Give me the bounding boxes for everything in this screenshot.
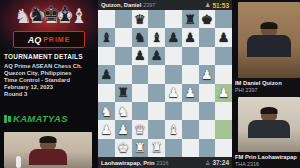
square-d7[interactable]: ♝: [148, 28, 165, 46]
top-player-silhouette: [247, 24, 291, 57]
square-f5[interactable]: [182, 65, 199, 83]
black-pawn-h7[interactable]: ♟: [218, 31, 230, 44]
bottom-webcam-label: FM Prin Laohawirapap THA 2316: [232, 152, 300, 168]
black-king-g8[interactable]: ♚: [201, 13, 213, 26]
commentator-silhouette: [29, 138, 67, 165]
aq-prime-logo: AQ PRIME: [13, 31, 85, 48]
top-player-webcam: [238, 2, 300, 78]
square-a7[interactable]: ♝: [98, 28, 115, 46]
square-d1[interactable]: ♜: [148, 139, 165, 157]
square-b5[interactable]: [115, 65, 132, 83]
black-queen-c8[interactable]: ♛: [134, 13, 146, 26]
time-control: Time Control - Standard: [4, 77, 82, 84]
black-pawn-a5[interactable]: ♟: [101, 68, 113, 81]
webcam-panel: IM Daniel Quizon PHI 2397 FM Prin Laohaw…: [232, 0, 300, 168]
square-b3[interactable]: ♞: [115, 102, 132, 120]
white-pawn-b2[interactable]: ♟: [117, 123, 129, 136]
square-a1[interactable]: [98, 139, 115, 157]
square-e4[interactable]: ♟: [165, 84, 182, 102]
black-pawn-d6[interactable]: ♟: [151, 49, 163, 62]
square-d4[interactable]: [148, 84, 165, 102]
top-player-rating: 2397: [143, 2, 155, 8]
square-f8[interactable]: ♜: [182, 10, 199, 28]
square-e1[interactable]: [165, 139, 182, 157]
sponsor-logo: KAMATYAS: [4, 113, 68, 124]
square-f4[interactable]: ♟: [182, 84, 199, 102]
square-a2[interactable]: ♟: [98, 120, 115, 138]
top-player-clock: 51:53: [212, 2, 229, 9]
white-queen-c2[interactable]: ♛: [134, 123, 146, 136]
top-webcam-player-name: IM Daniel Quizon: [232, 78, 300, 86]
black-pawn-e7[interactable]: ♟: [168, 31, 180, 44]
top-side-pawn-icon: ♟: [205, 2, 210, 8]
top-webcam-label: IM Daniel Quizon PHI 2397: [232, 78, 300, 97]
white-rook-d1[interactable]: ♜: [151, 141, 163, 154]
square-b6[interactable]: [115, 47, 132, 65]
square-e8[interactable]: [165, 10, 182, 28]
square-g2[interactable]: [199, 120, 216, 138]
square-g1[interactable]: [199, 139, 216, 157]
square-d2[interactable]: [148, 120, 165, 138]
commentator-webcam: [4, 132, 92, 168]
square-h8[interactable]: [215, 10, 232, 28]
square-g6[interactable]: [199, 47, 216, 65]
square-h4[interactable]: ♟: [215, 84, 232, 102]
top-webcam-federation-rating: PHI 2397: [232, 86, 300, 93]
square-f3[interactable]: [182, 102, 199, 120]
square-c1[interactable]: ♜: [132, 139, 149, 157]
bottom-player-name: Laohawirapap, Prin: [101, 160, 154, 166]
tournament-sidebar: ♞♚♝ AQ PRIME TOURNAMENT DETAILS AQ Prime…: [0, 0, 98, 168]
square-a6[interactable]: [98, 47, 115, 65]
white-bishop-e2[interactable]: ♝: [168, 123, 180, 136]
square-a5[interactable]: ♟: [98, 65, 115, 83]
square-e2[interactable]: ♝: [165, 120, 182, 138]
square-f6[interactable]: [182, 47, 199, 65]
square-d5[interactable]: [148, 65, 165, 83]
square-c2[interactable]: ♛: [132, 120, 149, 138]
square-c5[interactable]: [132, 65, 149, 83]
bottom-side-pawn-icon: ♙: [205, 160, 210, 166]
broadcast-screen: ♞♚♝ AQ PRIME TOURNAMENT DETAILS AQ Prime…: [0, 0, 300, 168]
square-h1[interactable]: [215, 139, 232, 157]
bottom-webcam-federation-rating: THA 2316: [232, 160, 300, 167]
square-d6[interactable]: ♟: [148, 47, 165, 65]
bottom-webcam-player-name: FM Prin Laohawirapap: [232, 152, 300, 160]
square-c3[interactable]: [132, 102, 149, 120]
event-location: Quezon City, Philippines: [4, 70, 82, 77]
square-b2[interactable]: ♟: [115, 120, 132, 138]
bottom-player-silhouette: [248, 109, 290, 138]
top-player-bar: Quizon, Daniel 2397 ♟ 51:53: [98, 0, 232, 10]
square-h3[interactable]: [215, 102, 232, 120]
white-pawn-f4[interactable]: ♟: [184, 86, 196, 99]
white-pawn-e4[interactable]: ♟: [168, 86, 180, 99]
chess-pieces-art: ♞♚♝: [0, 1, 98, 27]
black-pawn-c6[interactable]: ♟: [134, 49, 146, 62]
sponsor-logo-text: KAMATYAS: [13, 113, 68, 124]
square-d8[interactable]: [148, 10, 165, 28]
square-b4[interactable]: ♜: [115, 84, 132, 102]
square-g3[interactable]: [199, 102, 216, 120]
square-e5[interactable]: [165, 65, 182, 83]
square-e6[interactable]: [165, 47, 182, 65]
square-g8[interactable]: ♚: [199, 10, 216, 28]
square-b7[interactable]: [115, 28, 132, 46]
square-a3[interactable]: ♞: [98, 102, 115, 120]
square-a4[interactable]: [98, 84, 115, 102]
square-b8[interactable]: [115, 10, 132, 28]
round-number: Round 3: [4, 91, 82, 98]
black-bishop-d7[interactable]: ♝: [151, 31, 163, 44]
square-e3[interactable]: [165, 102, 182, 120]
white-knight-a3[interactable]: ♞: [101, 105, 113, 118]
tournament-details-text: AQ Prime ASEAN Chess Ch. Quezon City, Ph…: [4, 63, 82, 98]
bottom-player-webcam: [238, 97, 300, 152]
black-rook-b4[interactable]: ♜: [117, 86, 129, 99]
white-pawn-g5[interactable]: ♟: [201, 68, 213, 81]
square-h7[interactable]: ♟: [215, 28, 232, 46]
white-pawn-h4[interactable]: ♟: [218, 86, 230, 99]
square-f7[interactable]: ♟: [182, 28, 199, 46]
top-player-name: Quizon, Daniel: [101, 2, 141, 8]
square-b1[interactable]: ♚: [115, 139, 132, 157]
bottom-player-bar: Laohawirapap, Prin 2316 ♙ 37:24: [98, 157, 232, 168]
square-h2[interactable]: [215, 120, 232, 138]
bottom-player-rating: 2316: [156, 160, 168, 166]
event-name: AQ Prime ASEAN Chess Ch.: [4, 63, 82, 70]
square-g7[interactable]: [199, 28, 216, 46]
bottom-player-clock: 37:24: [212, 159, 229, 166]
black-bishop-a7[interactable]: ♝: [101, 31, 113, 44]
square-e7[interactable]: ♟: [165, 28, 182, 46]
white-knight-b3[interactable]: ♞: [117, 105, 129, 118]
sponsor-logo-icon: [4, 115, 11, 123]
tournament-details-heading: TOURNAMENT DETAILS: [4, 53, 83, 60]
aq-logo-text: AQ: [28, 35, 42, 45]
square-a8[interactable]: [98, 10, 115, 28]
black-knight-c7[interactable]: ♞: [134, 31, 146, 44]
event-banner-art: ♞♚♝ AQ PRIME: [0, 0, 98, 50]
square-g4[interactable]: [199, 84, 216, 102]
white-pawn-a2[interactable]: ♟: [101, 123, 113, 136]
square-f2[interactable]: [182, 120, 199, 138]
square-g5[interactable]: ♟: [199, 65, 216, 83]
event-date: February 12, 2023: [4, 84, 82, 91]
square-d3[interactable]: [148, 102, 165, 120]
white-rook-c1[interactable]: ♜: [134, 141, 146, 154]
square-c7[interactable]: ♞: [132, 28, 149, 46]
white-king-b1[interactable]: ♚: [117, 141, 129, 154]
black-pawn-f7[interactable]: ♟: [184, 31, 196, 44]
chess-board[interactable]: ♛♜♚♝♞♝♟♟♟♟♟♟♟♜♟♟♟♞♞♟♟♛♝♚♜♜: [98, 10, 232, 157]
square-h5[interactable]: [215, 65, 232, 83]
square-c6[interactable]: ♟: [132, 47, 149, 65]
square-h6[interactable]: [215, 47, 232, 65]
prime-logo-text: PRIME: [43, 36, 70, 43]
square-c8[interactable]: ♛: [132, 10, 149, 28]
microphone: [16, 156, 21, 168]
square-f1[interactable]: [182, 139, 199, 157]
black-rook-f8[interactable]: ♜: [184, 13, 196, 26]
square-c4[interactable]: [132, 84, 149, 102]
